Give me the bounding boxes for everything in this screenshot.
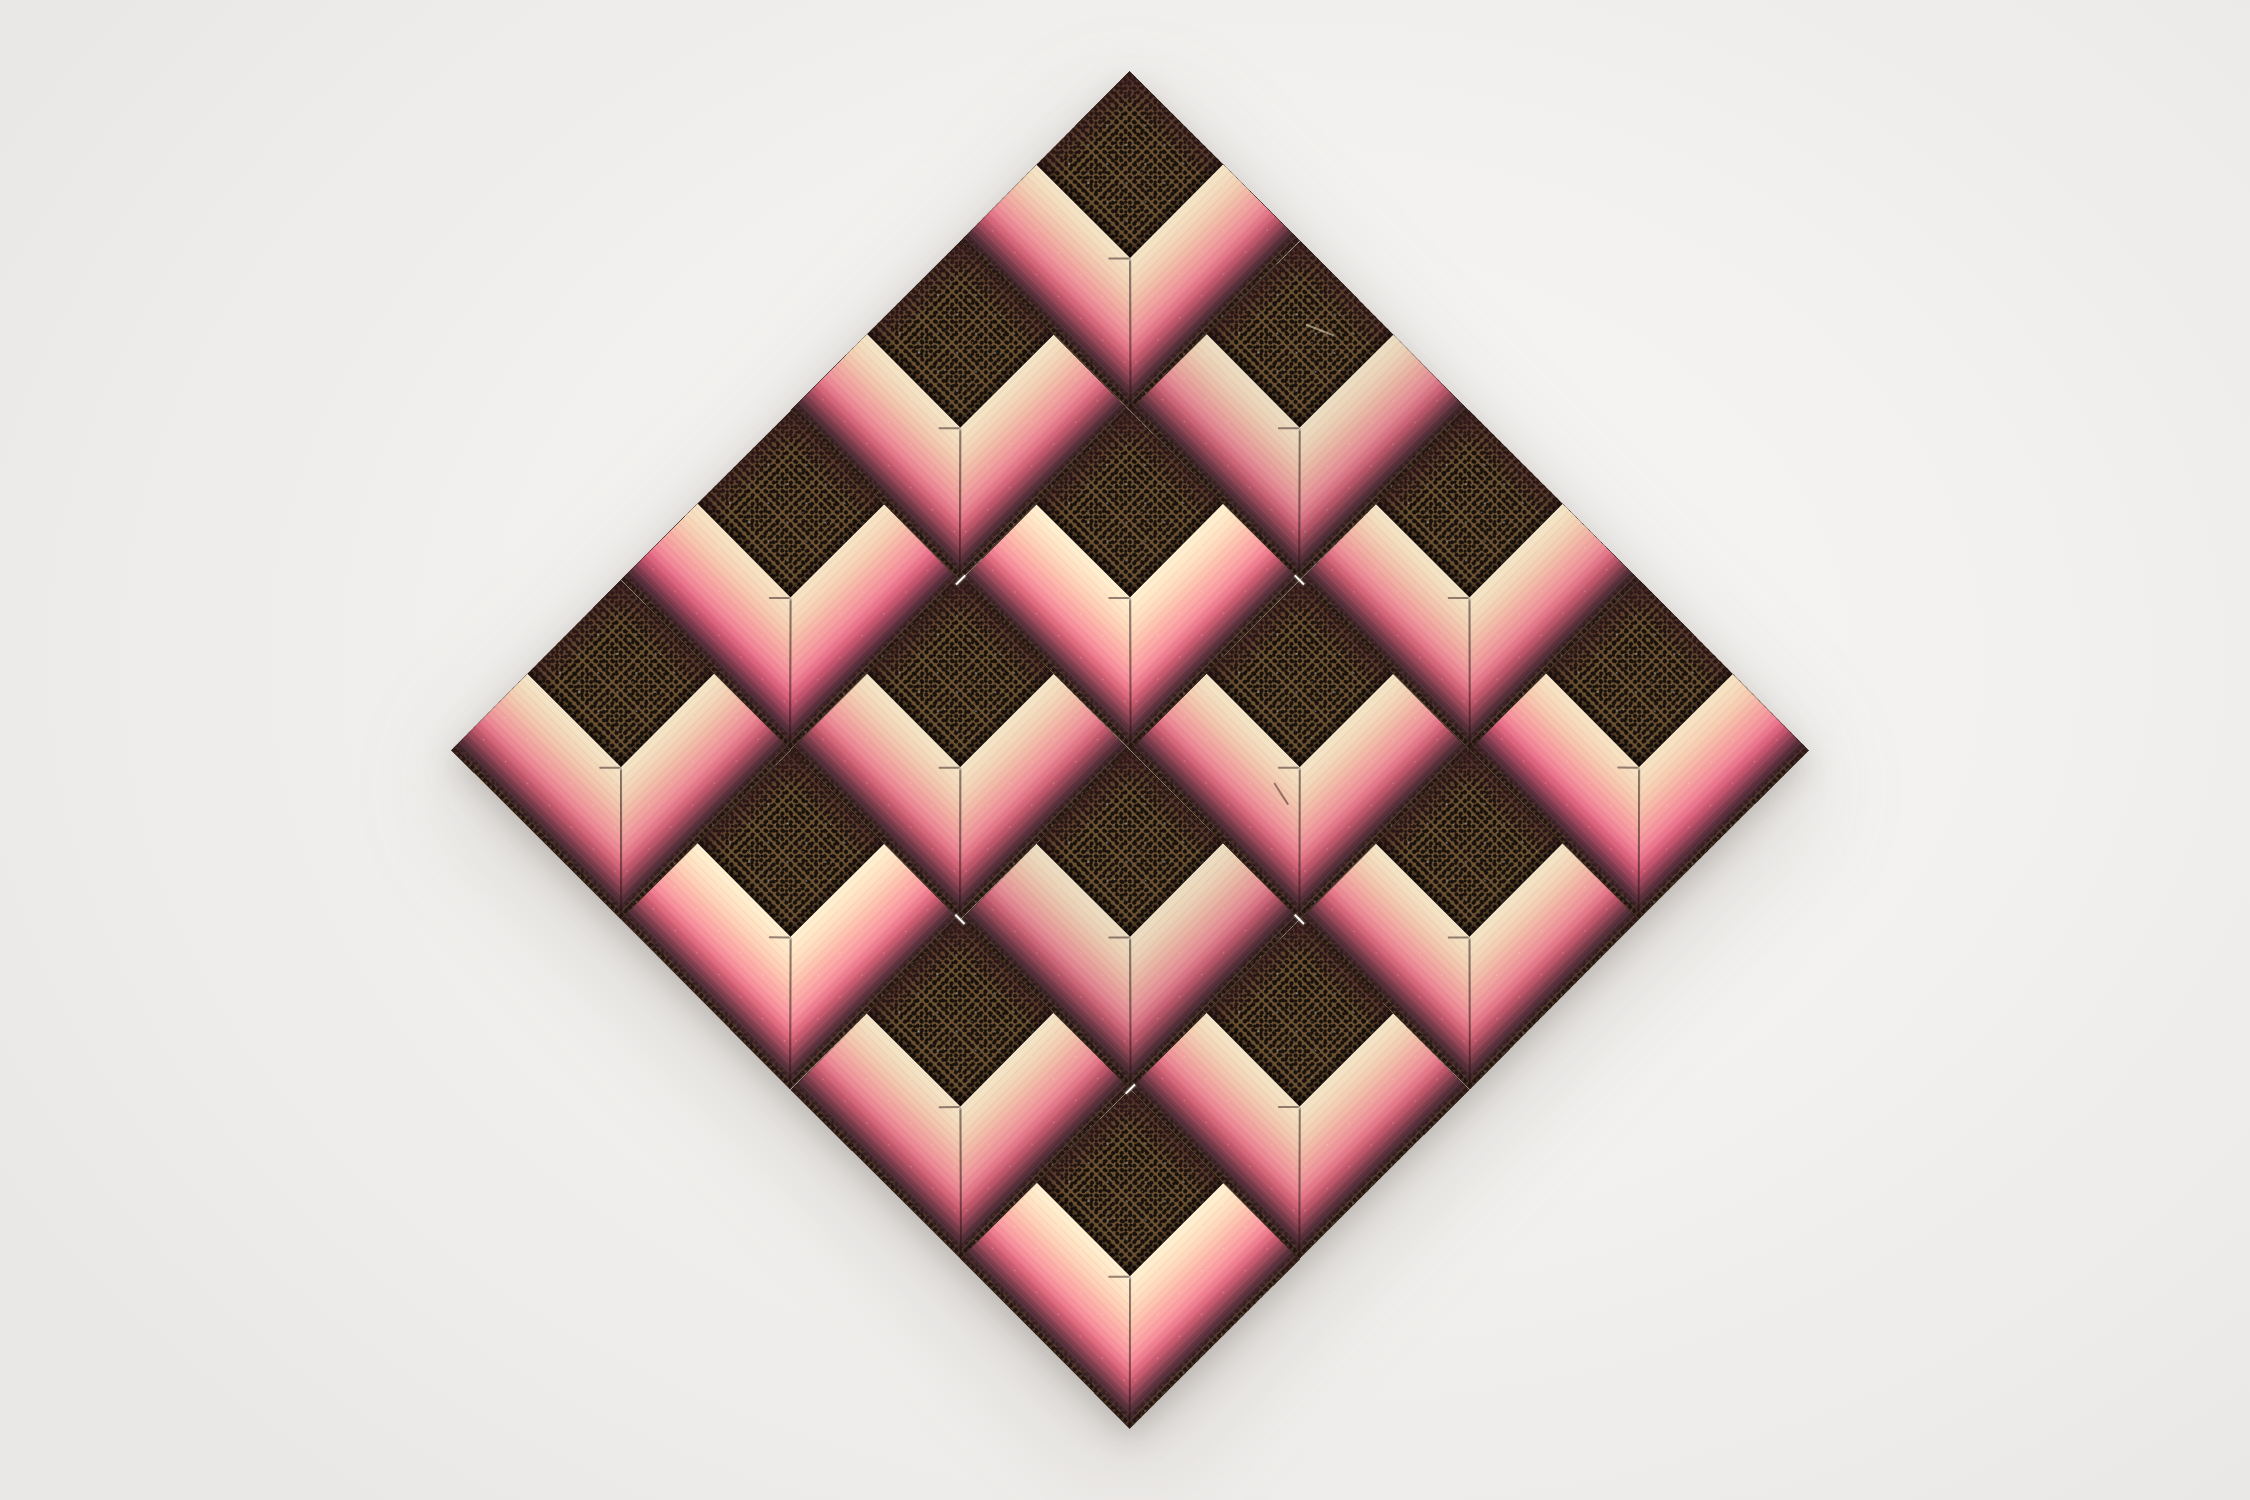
glaze-scratch: [1306, 324, 1335, 336]
chevron-tile-artwork: [451, 71, 1809, 1429]
gallery-wall: [0, 0, 2250, 1500]
